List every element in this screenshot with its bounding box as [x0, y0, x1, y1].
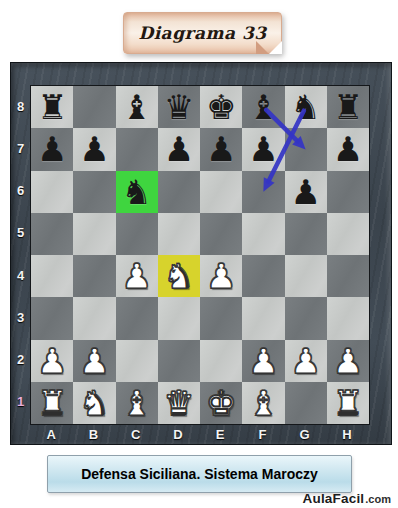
piece-black-bishop-c8: ♝ [116, 86, 158, 128]
square-h1: ♜ [327, 382, 369, 424]
square-d6 [158, 171, 200, 213]
square-a4 [31, 255, 73, 297]
square-b4 [73, 255, 115, 297]
watermark-suffix: .com [365, 493, 391, 505]
banner-fold-icon [256, 41, 269, 54]
square-e2 [200, 340, 242, 382]
piece-white-pawn-g2: ♟ [285, 340, 327, 382]
rank-label-3: 3 [11, 296, 30, 338]
piece-white-pawn-b2: ♟ [73, 340, 115, 382]
piece-white-pawn-c4: ♟ [116, 255, 158, 297]
square-g1 [285, 382, 327, 424]
banner-title: Diagrama 33 [138, 23, 266, 43]
square-f3 [242, 297, 284, 339]
file-label-d: D [157, 425, 199, 443]
square-e7: ♟ [200, 128, 242, 170]
square-c2 [116, 340, 158, 382]
square-a6 [31, 171, 73, 213]
square-d4: ♞ [158, 255, 200, 297]
square-b7: ♟ [73, 128, 115, 170]
rank-label-6: 6 [11, 170, 30, 212]
piece-white-rook-a1: ♜ [31, 382, 73, 424]
square-h3 [327, 297, 369, 339]
piece-white-pawn-e4: ♟ [200, 255, 242, 297]
square-e4: ♟ [200, 255, 242, 297]
rank-label-2: 2 [11, 339, 30, 381]
square-a1: ♜ [31, 382, 73, 424]
square-c7 [116, 128, 158, 170]
square-h7: ♟ [327, 128, 369, 170]
square-g2: ♟ [285, 340, 327, 382]
square-g3 [285, 297, 327, 339]
square-d7: ♟ [158, 128, 200, 170]
square-f6 [242, 171, 284, 213]
square-g6: ♟ [285, 171, 327, 213]
piece-black-king-e8: ♚ [200, 86, 242, 128]
square-d1: ♛ [158, 382, 200, 424]
square-h6 [327, 171, 369, 213]
square-e6 [200, 171, 242, 213]
square-d3 [158, 297, 200, 339]
square-a5 [31, 213, 73, 255]
square-a8: ♜ [31, 86, 73, 128]
file-label-h: H [326, 425, 368, 443]
square-b2: ♟ [73, 340, 115, 382]
square-f2: ♟ [242, 340, 284, 382]
piece-black-knight-g8: ♞ [285, 86, 327, 128]
caption-box: Defensa Siciliana. Sistema Maroczy [47, 455, 352, 493]
piece-white-bishop-c1: ♝ [116, 382, 158, 424]
square-h8: ♜ [327, 86, 369, 128]
banner: Diagrama 33 [123, 12, 282, 54]
square-c3 [116, 297, 158, 339]
square-a7: ♟ [31, 128, 73, 170]
file-labels: ABCDEFGH [30, 425, 368, 443]
piece-black-pawn-a7: ♟ [31, 128, 73, 170]
square-f8: ♝ [242, 86, 284, 128]
file-label-c: C [115, 425, 157, 443]
piece-black-pawn-e7: ♟ [200, 128, 242, 170]
square-e5 [200, 213, 242, 255]
piece-black-rook-a8: ♜ [31, 86, 73, 128]
square-d2 [158, 340, 200, 382]
page: { "banner": { "title": "Diagrama 33" }, … [0, 0, 398, 508]
piece-white-king-e1: ♚ [200, 382, 242, 424]
piece-black-bishop-f8: ♝ [242, 86, 284, 128]
square-f4 [242, 255, 284, 297]
piece-white-knight-d4: ♞ [158, 255, 200, 297]
square-f7: ♟ [242, 128, 284, 170]
rank-label-5: 5 [11, 212, 30, 254]
watermark: AulaFacil .com [302, 491, 391, 506]
square-g5 [285, 213, 327, 255]
square-e1: ♚ [200, 382, 242, 424]
piece-white-pawn-f2: ♟ [242, 340, 284, 382]
square-b8 [73, 86, 115, 128]
square-f5 [242, 213, 284, 255]
file-label-f: F [241, 425, 283, 443]
piece-black-pawn-h7: ♟ [327, 128, 369, 170]
piece-white-pawn-a2: ♟ [31, 340, 73, 382]
piece-white-queen-d1: ♛ [158, 382, 200, 424]
board-squares: ♜♝♛♚♝♞♜♟♟♟♟♟♟♞♟♟♞♟♟♟♟♟♟♜♞♝♛♚♝♜ [30, 85, 370, 425]
piece-black-rook-h8: ♜ [327, 86, 369, 128]
square-c1: ♝ [116, 382, 158, 424]
square-d5 [158, 213, 200, 255]
file-label-e: E [199, 425, 241, 443]
square-h2: ♟ [327, 340, 369, 382]
file-label-a: A [30, 425, 72, 443]
piece-white-pawn-h2: ♟ [327, 340, 369, 382]
square-b6 [73, 171, 115, 213]
rank-label-1: 1 [11, 381, 30, 423]
square-d8: ♛ [158, 86, 200, 128]
rank-label-4: 4 [11, 254, 30, 296]
square-b3 [73, 297, 115, 339]
chess-board-frame: 87654321 ♜♝♛♚♝♞♜♟♟♟♟♟♟♞♟♟♞♟♟♟♟♟♟♜♞♝♛♚♝♜ … [10, 62, 392, 445]
file-label-g: G [284, 425, 326, 443]
piece-black-pawn-g6: ♟ [285, 171, 327, 213]
square-c6: ♞ [116, 171, 158, 213]
square-g8: ♞ [285, 86, 327, 128]
piece-white-knight-b1: ♞ [73, 382, 115, 424]
square-g7 [285, 128, 327, 170]
square-g4 [285, 255, 327, 297]
piece-black-queen-d8: ♛ [158, 86, 200, 128]
banner-fold-cut-icon [269, 41, 282, 54]
square-b5 [73, 213, 115, 255]
piece-black-pawn-f7: ♟ [242, 128, 284, 170]
square-a3 [31, 297, 73, 339]
piece-black-pawn-d7: ♟ [158, 128, 200, 170]
rank-label-8: 8 [11, 85, 30, 127]
square-f1: ♝ [242, 382, 284, 424]
square-a2: ♟ [31, 340, 73, 382]
square-e3 [200, 297, 242, 339]
square-b1: ♞ [73, 382, 115, 424]
rank-label-7: 7 [11, 127, 30, 169]
piece-black-pawn-b7: ♟ [73, 128, 115, 170]
square-e8: ♚ [200, 86, 242, 128]
square-c5 [116, 213, 158, 255]
file-label-b: B [72, 425, 114, 443]
square-h4 [327, 255, 369, 297]
rank-labels: 87654321 [11, 85, 30, 423]
piece-black-knight-c6: ♞ [116, 171, 158, 213]
square-c8: ♝ [116, 86, 158, 128]
piece-white-rook-h1: ♜ [327, 382, 369, 424]
caption-text: Defensa Siciliana. Sistema Maroczy [81, 466, 318, 482]
square-h5 [327, 213, 369, 255]
piece-white-bishop-f1: ♝ [242, 382, 284, 424]
square-c4: ♟ [116, 255, 158, 297]
watermark-name: AulaFacil [302, 491, 364, 506]
